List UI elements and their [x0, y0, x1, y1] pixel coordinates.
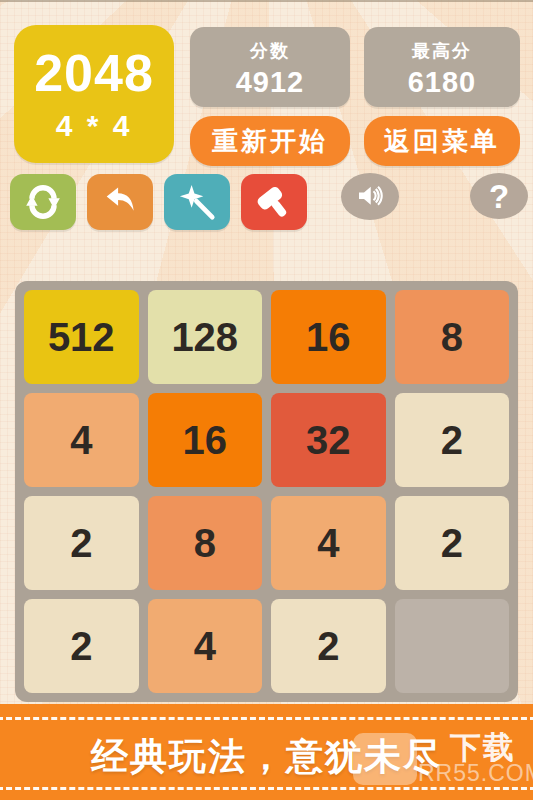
top-edge-line	[0, 0, 533, 2]
best-score-box: 最高分 6180	[364, 27, 520, 107]
tile-4: 4	[271, 496, 386, 590]
empty-cell	[395, 599, 510, 693]
magic-wand-button[interactable]	[164, 174, 230, 230]
tile-8: 8	[148, 496, 263, 590]
help-icon: ?	[489, 180, 509, 213]
tile-2: 2	[24, 496, 139, 590]
best-score-label: 最高分	[364, 39, 520, 63]
sound-icon	[355, 182, 385, 212]
tile-16: 16	[148, 393, 263, 487]
hammer-button[interactable]	[241, 174, 307, 230]
score-label: 分数	[190, 39, 350, 63]
sound-toggle-button[interactable]	[341, 173, 399, 220]
score-value: 4912	[190, 66, 350, 99]
best-score-value: 6180	[364, 66, 520, 99]
tile-32: 32	[271, 393, 386, 487]
help-button[interactable]: ?	[470, 173, 528, 219]
restart-button[interactable]: 重新开始	[190, 116, 350, 166]
tile-128: 128	[148, 290, 263, 384]
tile-16: 16	[271, 290, 386, 384]
board-2048[interactable]: 512 128 16 8 4 16 32 2 2 8 4 2 2 4 2	[15, 281, 518, 702]
logo-subtitle: 4 * 4	[14, 109, 174, 143]
magic-wand-icon	[178, 183, 216, 221]
tile-4: 4	[148, 599, 263, 693]
score-box: 分数 4912	[190, 27, 350, 107]
refresh-icon	[24, 183, 62, 221]
logo-title: 2048	[14, 47, 174, 99]
tile-8: 8	[395, 290, 510, 384]
tile-4: 4	[24, 393, 139, 487]
watermark-box	[353, 733, 417, 785]
tile-2: 2	[395, 496, 510, 590]
watermark-site-label: RR55.COM	[418, 760, 533, 787]
undo-button[interactable]	[87, 174, 153, 230]
back-to-menu-button[interactable]: 返回菜单	[364, 116, 520, 166]
tile-2: 2	[24, 599, 139, 693]
undo-icon	[101, 183, 139, 221]
tile-2: 2	[395, 393, 510, 487]
hammer-icon	[255, 183, 293, 221]
tile-512: 512	[24, 290, 139, 384]
refresh-button[interactable]	[10, 174, 76, 230]
tile-2: 2	[271, 599, 386, 693]
logo-2048: 2048 4 * 4	[14, 25, 174, 163]
game-screen: 2048 4 * 4 分数 4912 最高分 6180 重新开始 返回菜单	[0, 0, 533, 800]
